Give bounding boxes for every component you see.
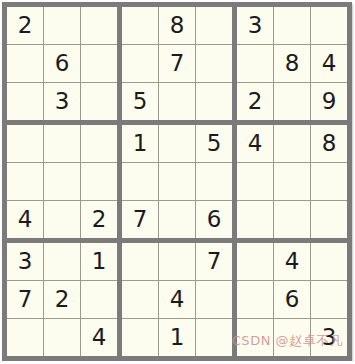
sudoku-cell-r3c6 (196, 83, 232, 120)
sudoku-cell-r3c4: 5 (122, 83, 158, 120)
sudoku-cell-r7c5 (159, 243, 195, 280)
sudoku-cell-r9c3: 4 (81, 319, 117, 356)
sudoku-box-1: 263 (7, 7, 117, 120)
sudoku-cell-r3c5 (159, 83, 195, 120)
sudoku-cell-r1c1: 2 (7, 7, 43, 44)
sudoku-box-2: 875 (122, 7, 232, 120)
sudoku-cell-r8c8: 6 (274, 281, 310, 318)
sudoku-cell-r9c4 (122, 319, 158, 356)
sudoku-cell-r7c8: 4 (274, 243, 310, 280)
sudoku-cell-r5c6 (196, 163, 232, 200)
sudoku-cell-r3c8 (274, 83, 310, 120)
sudoku-box-6: 48 (237, 125, 347, 238)
sudoku-cell-r2c5: 7 (159, 45, 195, 82)
sudoku-cell-r2c1 (7, 45, 43, 82)
sudoku-cell-r2c7 (237, 45, 273, 82)
sudoku-cell-r1c3 (81, 7, 117, 44)
sudoku-cell-r5c4 (122, 163, 158, 200)
sudoku-cell-r9c9: 3 (311, 319, 347, 356)
sudoku-cell-r5c5 (159, 163, 195, 200)
sudoku-cell-r1c5: 8 (159, 7, 195, 44)
sudoku-cell-r7c6: 7 (196, 243, 232, 280)
sudoku-cell-r3c3 (81, 83, 117, 120)
sudoku-cell-r8c6 (196, 281, 232, 318)
sudoku-cell-r9c1 (7, 319, 43, 356)
sudoku-cell-r8c7 (237, 281, 273, 318)
sudoku-cell-r9c6 (196, 319, 232, 356)
sudoku-box-5: 1576 (122, 125, 232, 238)
sudoku-cell-r8c1: 7 (7, 281, 43, 318)
sudoku-cell-r4c8 (274, 125, 310, 162)
sudoku-cell-r5c9 (311, 163, 347, 200)
sudoku-cell-r4c9: 8 (311, 125, 347, 162)
sudoku-cell-r1c8 (274, 7, 310, 44)
sudoku-cell-r9c7 (237, 319, 273, 356)
sudoku-cell-r6c1: 4 (7, 201, 43, 238)
sudoku-cell-r7c7 (237, 243, 273, 280)
sudoku-cell-r4c1 (7, 125, 43, 162)
sudoku-cell-r1c7: 3 (237, 7, 273, 44)
sudoku-cell-r2c9: 4 (311, 45, 347, 82)
sudoku-cell-r7c1: 3 (7, 243, 43, 280)
sudoku-cell-r9c2 (44, 319, 80, 356)
sudoku-cell-r5c3 (81, 163, 117, 200)
sudoku-box-8: 741 (122, 243, 232, 356)
sudoku-cell-r5c8 (274, 163, 310, 200)
sudoku-cell-r1c2 (44, 7, 80, 44)
sudoku-cell-r8c2: 2 (44, 281, 80, 318)
sudoku-cell-r2c6 (196, 45, 232, 82)
sudoku-cell-r2c2: 6 (44, 45, 80, 82)
sudoku-cell-r6c4: 7 (122, 201, 158, 238)
sudoku-board: 263875384294215764831724741463CSDN @赵卓不凡 (2, 2, 352, 361)
sudoku-cell-r7c2 (44, 243, 80, 280)
sudoku-box-9: 463 (237, 243, 347, 356)
sudoku-cell-r2c4 (122, 45, 158, 82)
sudoku-box-4: 42 (7, 125, 117, 238)
sudoku-cell-r5c7 (237, 163, 273, 200)
sudoku-cell-r8c9 (311, 281, 347, 318)
sudoku-cell-r7c3: 1 (81, 243, 117, 280)
sudoku-cell-r5c1 (7, 163, 43, 200)
sudoku-cell-r9c8 (274, 319, 310, 356)
sudoku-cell-r7c4 (122, 243, 158, 280)
sudoku-cell-r1c6 (196, 7, 232, 44)
sudoku-cell-r4c3 (81, 125, 117, 162)
sudoku-cell-r8c5: 4 (159, 281, 195, 318)
sudoku-cell-r3c2: 3 (44, 83, 80, 120)
sudoku-cell-r4c4: 1 (122, 125, 158, 162)
sudoku-cell-r4c2 (44, 125, 80, 162)
sudoku-cell-r3c9: 9 (311, 83, 347, 120)
sudoku-cell-r1c9 (311, 7, 347, 44)
sudoku-cell-r6c7 (237, 201, 273, 238)
sudoku-cell-r7c9 (311, 243, 347, 280)
sudoku-cell-r6c8 (274, 201, 310, 238)
sudoku-cell-r9c5: 1 (159, 319, 195, 356)
sudoku-cell-r4c5 (159, 125, 195, 162)
sudoku-cell-r3c1 (7, 83, 43, 120)
sudoku-cell-r2c8: 8 (274, 45, 310, 82)
sudoku-cell-r3c7: 2 (237, 83, 273, 120)
sudoku-cell-r6c9 (311, 201, 347, 238)
sudoku-cell-r6c5 (159, 201, 195, 238)
sudoku-cell-r2c3 (81, 45, 117, 82)
sudoku-cell-r4c7: 4 (237, 125, 273, 162)
sudoku-cell-r4c6: 5 (196, 125, 232, 162)
sudoku-cell-r5c2 (44, 163, 80, 200)
sudoku-box-3: 38429 (237, 7, 347, 120)
sudoku-cell-r6c2 (44, 201, 80, 238)
sudoku-cell-r6c6: 6 (196, 201, 232, 238)
sudoku-cell-r6c3: 2 (81, 201, 117, 238)
sudoku-cell-r8c4 (122, 281, 158, 318)
sudoku-cell-r8c3 (81, 281, 117, 318)
sudoku-cell-r1c4 (122, 7, 158, 44)
sudoku-box-7: 31724 (7, 243, 117, 356)
